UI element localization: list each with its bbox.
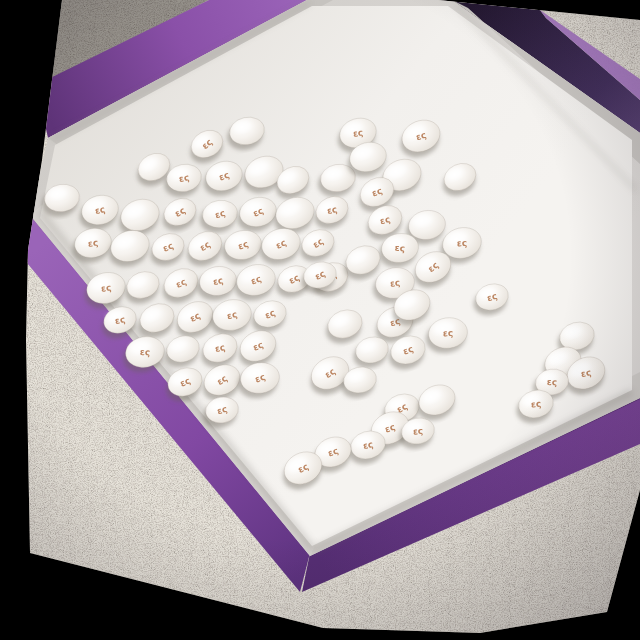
photo: εςεςεςεςεςεςεςεςεςεςεςεςεςεςεςεςεςεςεςες…	[0, 0, 640, 640]
photo-canvas: εςεςεςεςεςεςεςεςεςεςεςεςεςεςεςεςεςεςεςες…	[0, 0, 640, 640]
vignette	[0, 0, 640, 640]
candy-box-photo: εςεςεςεςεςεςεςεςεςεςεςεςεςεςεςεςεςεςεςες…	[0, 0, 640, 640]
